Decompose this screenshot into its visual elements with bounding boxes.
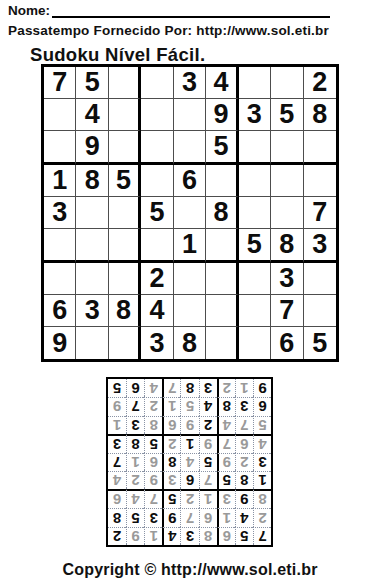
puzzle-cell-r3c3[interactable] <box>109 131 141 165</box>
puzzle-cell-r8c8: 7 <box>271 295 303 327</box>
solution-cell-r7c4: 2 <box>199 416 217 434</box>
solution-cell-r6c5: 1 <box>180 434 198 453</box>
puzzle-cell-r3c4[interactable] <box>141 131 173 165</box>
name-row: Nome: <box>8 3 372 18</box>
solution-cell-r3c7: 7 <box>144 489 162 508</box>
puzzle-cell-r6c4[interactable] <box>141 229 173 263</box>
puzzle-cell-r8c7[interactable] <box>239 295 271 327</box>
puzzle-cell-r9c8: 6 <box>271 327 303 359</box>
solution-cell-r2c1: 2 <box>253 508 271 526</box>
solution-cell-r5c5: 4 <box>180 453 198 471</box>
solution-cell-r5c6: 8 <box>162 453 180 471</box>
puzzle-cell-r5c7[interactable] <box>239 197 271 229</box>
puzzle-cell-r1c2: 5 <box>76 67 108 99</box>
puzzle-cell-r9c1: 9 <box>44 327 76 359</box>
solution-cell-r7c5: 9 <box>180 416 198 434</box>
puzzle-cell-r1c5: 3 <box>174 67 206 99</box>
puzzle-cell-r6c8: 8 <box>271 229 303 263</box>
puzzle-cell-r3c1[interactable] <box>44 131 76 165</box>
puzzle-cell-r4c2: 8 <box>76 165 108 197</box>
page-title: Sudoku Nível Fácil. <box>30 44 372 66</box>
solution-cell-r2c4: 6 <box>199 508 217 526</box>
puzzle-cell-r9c7[interactable] <box>239 327 271 359</box>
provider-line: Passatempo Fornecido Por: http://www.sol… <box>8 23 372 38</box>
solution-cell-r9c4: 3 <box>199 379 217 397</box>
puzzle-cell-r6c1[interactable] <box>44 229 76 263</box>
solution-cell-r7c3: 4 <box>217 416 235 434</box>
solution-cell-r4c3: 5 <box>217 471 235 489</box>
solution-cell-r2c2: 4 <box>235 508 253 526</box>
puzzle-cell-r1c9: 2 <box>304 67 336 99</box>
puzzle-cell-r2c1[interactable] <box>44 99 76 131</box>
puzzle-cell-r5c8[interactable] <box>271 197 303 229</box>
puzzle-cell-r3c9[interactable] <box>304 131 336 165</box>
puzzle-cell-r4c7[interactable] <box>239 165 271 197</box>
solution-cell-r9c7: 4 <box>144 379 162 397</box>
solution-cell-r7c9: 1 <box>108 416 126 434</box>
solution-cell-r1c8: 9 <box>126 527 144 545</box>
solution-cell-r2c7: 3 <box>144 508 162 526</box>
solution-cell-r7c7: 8 <box>144 416 162 434</box>
puzzle-cell-r3c7[interactable] <box>239 131 271 165</box>
solution-cell-r4c4: 7 <box>199 471 217 489</box>
puzzle-cell-r5c3[interactable] <box>109 197 141 229</box>
solution-cell-r2c3: 1 <box>217 508 235 526</box>
solution-cell-r5c2: 2 <box>235 453 253 471</box>
solution-cell-r7c2: 7 <box>235 416 253 434</box>
puzzle-cell-r1c8[interactable] <box>271 67 303 99</box>
solution-cell-r9c5: 8 <box>180 379 198 397</box>
puzzle-cell-r2c7: 3 <box>239 99 271 131</box>
name-label: Nome: <box>8 3 50 18</box>
puzzle-cell-r1c1: 7 <box>44 67 76 99</box>
solution-cell-r3c4: 1 <box>199 489 217 508</box>
puzzle-cell-r6c3[interactable] <box>109 229 141 263</box>
puzzle-cell-r7c8: 3 <box>271 263 303 295</box>
puzzle-cell-r4c3: 5 <box>109 165 141 197</box>
solution-cell-r3c5: 2 <box>180 489 198 508</box>
main-grid: 753424935895185635871583236384793865 <box>41 64 339 362</box>
puzzle-cell-r2c2: 4 <box>76 99 108 131</box>
puzzle-cell-r2c9: 8 <box>304 99 336 131</box>
solution-cell-r7c1: 5 <box>253 416 271 434</box>
solution-cell-r2c8: 5 <box>126 508 144 526</box>
puzzle-cell-r6c5: 1 <box>174 229 206 263</box>
solution-cell-r1c6: 4 <box>162 527 180 545</box>
puzzle-cell-r1c7[interactable] <box>239 67 271 99</box>
puzzle-cell-r4c1: 1 <box>44 165 76 197</box>
puzzle-cell-r8c4: 4 <box>141 295 173 327</box>
solution-cell-r9c1: 9 <box>253 379 271 397</box>
puzzle-cell-r1c6: 4 <box>206 67 238 99</box>
puzzle-cell-r9c3[interactable] <box>109 327 141 359</box>
solution-cell-r5c1: 3 <box>253 453 271 471</box>
puzzle-cell-r4c6[interactable] <box>206 165 238 197</box>
solution-cell-r9c8: 6 <box>126 379 144 397</box>
solution-cell-r8c5: 5 <box>180 397 198 415</box>
puzzle-cell-r8c6[interactable] <box>206 295 238 327</box>
puzzle-cell-r7c4: 2 <box>141 263 173 295</box>
solution-cell-r5c9: 7 <box>108 453 126 471</box>
puzzle-cell-r1c4[interactable] <box>141 67 173 99</box>
solution-cell-r3c6: 5 <box>162 489 180 508</box>
puzzle-cell-r5c9: 7 <box>304 197 336 229</box>
puzzle-cell-r4c5: 6 <box>174 165 206 197</box>
solution-cell-r4c6: 3 <box>162 471 180 489</box>
puzzle-cell-r8c5[interactable] <box>174 295 206 327</box>
puzzle-cell-r8c9[interactable] <box>304 295 336 327</box>
solution-cell-r8c6: 1 <box>162 397 180 415</box>
puzzle-cell-r8c2: 3 <box>76 295 108 327</box>
worksheet-header: Nome: Passatempo Fornecido Por: http://w… <box>8 3 372 66</box>
puzzle-cell-r9c9: 5 <box>304 327 336 359</box>
solution-cell-r1c3: 6 <box>217 527 235 545</box>
solution-cell-r4c7: 9 <box>144 471 162 489</box>
solution-cell-r2c5: 7 <box>180 508 198 526</box>
solution-cell-r6c7: 5 <box>144 434 162 453</box>
solution-cell-r1c9: 2 <box>108 527 126 545</box>
solution-cell-r4c5: 6 <box>180 471 198 489</box>
puzzle-cell-r9c5: 8 <box>174 327 206 359</box>
solution-cell-r4c2: 8 <box>235 471 253 489</box>
puzzle-cell-r5c2[interactable] <box>76 197 108 229</box>
puzzle-cell-r4c8[interactable] <box>271 165 303 197</box>
solution-cell-r5c8: 1 <box>126 453 144 471</box>
puzzle-cell-r7c2[interactable] <box>76 263 108 295</box>
solution-cell-r4c8: 2 <box>126 471 144 489</box>
puzzle-cell-r4c4[interactable] <box>141 165 173 197</box>
solution-cell-r9c3: 2 <box>217 379 235 397</box>
puzzle-cell-r4c9[interactable] <box>304 165 336 197</box>
solution-cell-r6c8: 8 <box>126 434 144 453</box>
solution-cell-r9c6: 7 <box>162 379 180 397</box>
name-fill-line[interactable] <box>52 3 330 18</box>
puzzle-cell-r6c2[interactable] <box>76 229 108 263</box>
puzzle-cell-r6c9: 3 <box>304 229 336 263</box>
solution-cell-r5c3: 9 <box>217 453 235 471</box>
solution-cell-r6c3: 7 <box>217 434 235 453</box>
solution-cell-r8c1: 6 <box>253 397 271 415</box>
puzzle-cell-r5c1: 3 <box>44 197 76 229</box>
solution-cell-r6c6: 2 <box>162 434 180 453</box>
puzzle-cell-r3c2: 9 <box>76 131 108 165</box>
puzzle-cell-r7c5[interactable] <box>174 263 206 295</box>
puzzle-cell-r6c7: 5 <box>239 229 271 263</box>
puzzle-cell-r7c9[interactable] <box>304 263 336 295</box>
solution-cell-r6c2: 6 <box>235 434 253 453</box>
solution-cell-r3c3: 3 <box>217 489 235 508</box>
solution-cell-r9c9: 5 <box>108 379 126 397</box>
solution-cell-r3c1: 8 <box>253 489 271 508</box>
puzzle-cell-r5c4: 5 <box>141 197 173 229</box>
solution-cell-r3c8: 4 <box>126 489 144 508</box>
puzzle-cell-r2c3[interactable] <box>109 99 141 131</box>
puzzle-cell-r9c6[interactable] <box>206 327 238 359</box>
puzzle-cell-r7c7[interactable] <box>239 263 271 295</box>
puzzle-cell-r6c6[interactable] <box>206 229 238 263</box>
solution-cell-r1c4: 8 <box>199 527 217 545</box>
puzzle-cell-r1c3[interactable] <box>109 67 141 99</box>
puzzle-cell-r3c8[interactable] <box>271 131 303 165</box>
solution-cell-r2c6: 9 <box>162 508 180 526</box>
puzzle-cell-r2c5[interactable] <box>174 99 206 131</box>
puzzle-cell-r7c1[interactable] <box>44 263 76 295</box>
puzzle-cell-r7c6[interactable] <box>206 263 238 295</box>
puzzle-cell-r2c6: 9 <box>206 99 238 131</box>
solution-cell-r4c1: 1 <box>253 471 271 489</box>
solution-cell-r2c9: 8 <box>108 508 126 526</box>
solution-cell-r8c4: 4 <box>199 397 217 415</box>
solution-cell-r1c2: 5 <box>235 527 253 545</box>
solution-cell-r3c2: 9 <box>235 489 253 508</box>
solution-cell-r8c2: 3 <box>235 397 253 415</box>
solution-cell-r8c3: 8 <box>217 397 235 415</box>
solution-cell-r7c8: 3 <box>126 416 144 434</box>
solution-cell-r5c4: 5 <box>199 453 217 471</box>
copyright-line: Copyright © http://www.sol.eti.br <box>0 561 380 579</box>
solution-cell-r1c7: 1 <box>144 527 162 545</box>
solution-cell-r8c8: 7 <box>126 397 144 415</box>
puzzle-cell-r3c6: 5 <box>206 131 238 165</box>
solution-cell-r4c9: 4 <box>108 471 126 489</box>
solution-cell-r9c2: 1 <box>235 379 253 397</box>
puzzle-cell-r5c5[interactable] <box>174 197 206 229</box>
puzzle-cell-r7c3[interactable] <box>109 263 141 295</box>
puzzle-cell-r3c5[interactable] <box>174 131 206 165</box>
solution-cell-r8c9: 9 <box>108 397 126 415</box>
solution-grid: 7568341922416793588931257461857639243295… <box>106 377 273 547</box>
solution-cell-r6c9: 3 <box>108 434 126 453</box>
solution-cell-r8c7: 2 <box>144 397 162 415</box>
solution-cell-r5c7: 6 <box>144 453 162 471</box>
puzzle-cell-r8c1: 6 <box>44 295 76 327</box>
solution-cell-r1c1: 7 <box>253 527 271 545</box>
puzzle-cell-r2c8: 5 <box>271 99 303 131</box>
puzzle-cell-r8c3: 8 <box>109 295 141 327</box>
puzzle-cell-r9c2[interactable] <box>76 327 108 359</box>
solution-cell-r6c4: 9 <box>199 434 217 453</box>
puzzle-cell-r2c4[interactable] <box>141 99 173 131</box>
sudoku-worksheet-page: { "game": "sudoku", "header": { "name_la… <box>0 0 380 585</box>
puzzle-cell-r5c6: 8 <box>206 197 238 229</box>
solution-cell-r6c1: 4 <box>253 434 271 453</box>
solution-cell-r3c9: 6 <box>108 489 126 508</box>
puzzle-cell-r9c4: 3 <box>141 327 173 359</box>
solution-cell-r1c5: 3 <box>180 527 198 545</box>
solution-cell-r7c6: 6 <box>162 416 180 434</box>
